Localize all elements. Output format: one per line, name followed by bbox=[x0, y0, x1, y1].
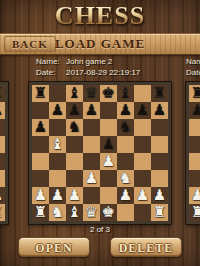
board-square bbox=[100, 119, 117, 136]
load-game-screen: CHESS BACK LOAD GAME ♜♞♝♛♚♝♞♜♟♟♟♟♟♟♟♟♟♟♟… bbox=[0, 0, 200, 266]
name-label: Name: bbox=[186, 56, 200, 67]
board-square bbox=[189, 170, 200, 187]
board-square bbox=[134, 119, 151, 136]
piece-black-rook: ♜ bbox=[153, 85, 166, 102]
piece-black-pawn: ♟ bbox=[191, 102, 200, 119]
name-label: Name: bbox=[36, 56, 66, 67]
page-title: LOAD GAME bbox=[0, 36, 200, 52]
piece-white-pawn: ♟ bbox=[68, 187, 81, 204]
piece-white-knight: ♞ bbox=[51, 204, 64, 221]
board-square bbox=[134, 136, 151, 153]
board-square: ♜ bbox=[151, 85, 168, 102]
board-square: ♜ bbox=[0, 85, 5, 102]
delete-button[interactable]: DELETE bbox=[110, 237, 182, 257]
piece-white-pawn: ♟ bbox=[136, 187, 149, 204]
pagination-text: 2 of 3 bbox=[0, 225, 200, 234]
saved-game-meta: Name:John game 2 Date:2017-08-29 22:19:1… bbox=[36, 56, 140, 78]
piece-black-pawn: ♟ bbox=[34, 119, 47, 136]
board-square: ♟ bbox=[100, 136, 117, 153]
piece-black-rook: ♜ bbox=[34, 85, 47, 102]
board-square bbox=[83, 187, 100, 204]
board-square: ♞ bbox=[49, 204, 66, 221]
board-square bbox=[66, 170, 83, 187]
date-label: Date: bbox=[186, 67, 200, 78]
piece-white-rook: ♜ bbox=[191, 204, 200, 221]
open-button[interactable]: OPEN bbox=[18, 237, 90, 257]
board-square bbox=[49, 170, 66, 187]
board-square bbox=[32, 170, 49, 187]
piece-white-pawn: ♟ bbox=[119, 187, 132, 204]
board-square bbox=[32, 136, 49, 153]
board-square: ♞ bbox=[117, 119, 134, 136]
date-row: Date:2017-08-29 22:19:17 bbox=[36, 67, 140, 78]
board-square: ♟ bbox=[134, 187, 151, 204]
board-square: ♜ bbox=[0, 204, 5, 221]
board-square: ♟ bbox=[0, 187, 5, 204]
board-square: ♞ bbox=[117, 170, 134, 187]
board-square: ♟ bbox=[134, 102, 151, 119]
board-square: ♟ bbox=[83, 102, 100, 119]
board-square bbox=[100, 102, 117, 119]
board-square bbox=[0, 170, 5, 187]
board-square: ♟ bbox=[32, 119, 49, 136]
board-square: ♟ bbox=[66, 102, 83, 119]
board-square bbox=[83, 136, 100, 153]
board-square: ♚ bbox=[100, 85, 117, 102]
board-square: ♜ bbox=[32, 204, 49, 221]
board-square bbox=[49, 85, 66, 102]
board-square: ♟ bbox=[66, 187, 83, 204]
board-square: ♞ bbox=[66, 119, 83, 136]
piece-white-pawn: ♟ bbox=[51, 187, 64, 204]
board-square: ♟ bbox=[189, 102, 200, 119]
board-square: ♝ bbox=[66, 85, 83, 102]
piece-white-knight: ♞ bbox=[119, 170, 132, 187]
piece-white-pawn: ♟ bbox=[191, 187, 200, 204]
board-square: ♚ bbox=[100, 204, 117, 221]
board-square: ♟ bbox=[117, 187, 134, 204]
piece-black-pawn: ♟ bbox=[102, 136, 115, 153]
piece-white-rook: ♜ bbox=[34, 204, 47, 221]
board-square: ♟ bbox=[151, 102, 168, 119]
board-square bbox=[0, 153, 5, 170]
board-square: ♟ bbox=[189, 187, 200, 204]
piece-black-king: ♚ bbox=[102, 85, 115, 102]
board-square bbox=[117, 136, 134, 153]
board-square: ♟ bbox=[49, 187, 66, 204]
piece-white-queen: ♛ bbox=[85, 204, 98, 221]
piece-black-pawn: ♟ bbox=[68, 102, 81, 119]
board-square: ♛ bbox=[83, 204, 100, 221]
name-row: Name:John game 2 bbox=[36, 56, 140, 67]
board-square bbox=[49, 119, 66, 136]
board-square: ♟ bbox=[32, 187, 49, 204]
board-square: ♟ bbox=[83, 170, 100, 187]
board-square: ♝ bbox=[66, 204, 83, 221]
piece-black-bishop: ♝ bbox=[119, 85, 132, 102]
date-label: Date: bbox=[36, 67, 66, 78]
chess-board: ♜♝♛♚♝♜♟♟♟♟♟♟♟♞♞♝♟♟♟♞♟♟♟♟♟♟♜♞♝♛♚♜ bbox=[29, 82, 171, 224]
board-square bbox=[151, 119, 168, 136]
piece-black-pawn: ♟ bbox=[119, 102, 132, 119]
piece-black-pawn: ♟ bbox=[136, 102, 149, 119]
piece-white-rook: ♜ bbox=[153, 204, 166, 221]
board-square bbox=[151, 153, 168, 170]
board-square bbox=[134, 170, 151, 187]
board-square: ♝ bbox=[117, 85, 134, 102]
piece-black-pawn: ♟ bbox=[153, 102, 166, 119]
piece-black-pawn: ♟ bbox=[51, 102, 64, 119]
board-square bbox=[151, 170, 168, 187]
board-square: ♜ bbox=[189, 85, 200, 102]
board-square bbox=[0, 119, 5, 136]
piece-black-knight: ♞ bbox=[119, 119, 132, 136]
board-square bbox=[66, 153, 83, 170]
board-square: ♜ bbox=[189, 204, 200, 221]
board-square bbox=[66, 136, 83, 153]
board-square bbox=[189, 136, 200, 153]
piece-white-pawn: ♟ bbox=[153, 187, 166, 204]
piece-black-rook: ♜ bbox=[191, 85, 200, 102]
piece-black-pawn: ♟ bbox=[0, 102, 3, 119]
board-square bbox=[117, 204, 134, 221]
piece-white-king: ♚ bbox=[102, 204, 115, 221]
board-square bbox=[189, 153, 200, 170]
piece-white-bishop: ♝ bbox=[68, 204, 81, 221]
board-square bbox=[151, 136, 168, 153]
board-square bbox=[117, 153, 134, 170]
piece-black-knight: ♞ bbox=[68, 119, 81, 136]
board-square: ♟ bbox=[49, 102, 66, 119]
piece-white-pawn: ♟ bbox=[85, 170, 98, 187]
date-row: Date: bbox=[186, 67, 200, 78]
piece-black-rook: ♜ bbox=[0, 85, 3, 102]
board-square bbox=[32, 153, 49, 170]
board-square bbox=[83, 119, 100, 136]
piece-white-bishop: ♝ bbox=[51, 136, 64, 153]
board-square bbox=[134, 204, 151, 221]
name-row: Name: bbox=[186, 56, 200, 67]
board-square bbox=[134, 153, 151, 170]
piece-black-bishop: ♝ bbox=[68, 85, 81, 102]
board-square: ♜ bbox=[151, 204, 168, 221]
board-square bbox=[100, 170, 117, 187]
board-square: ♟ bbox=[117, 102, 134, 119]
board-square bbox=[189, 119, 200, 136]
board-square bbox=[134, 85, 151, 102]
board-square: ♟ bbox=[151, 187, 168, 204]
board-square: ♝ bbox=[49, 136, 66, 153]
app-title: CHESS bbox=[0, 1, 200, 31]
board-square: ♛ bbox=[83, 85, 100, 102]
piece-white-pawn: ♟ bbox=[0, 187, 3, 204]
header-bar: BACK LOAD GAME bbox=[0, 33, 200, 55]
name-value: John game 2 bbox=[66, 57, 112, 66]
board-square bbox=[32, 102, 49, 119]
board-square bbox=[49, 153, 66, 170]
board-square bbox=[100, 187, 117, 204]
piece-white-pawn: ♟ bbox=[102, 153, 115, 170]
board-square bbox=[83, 153, 100, 170]
board-square bbox=[0, 136, 5, 153]
saved-game-meta-right: Name: Date: bbox=[186, 56, 200, 78]
piece-black-pawn: ♟ bbox=[85, 102, 98, 119]
chess-board-preview-right: ♜♞♝♛♚♝♞♜♟♟♟♟♟♟♟♟♟♟♟♟♟♟♟♟♜♞♝♛♚♝♞♜ bbox=[186, 82, 200, 224]
board-square: ♟ bbox=[0, 102, 5, 119]
piece-white-rook: ♜ bbox=[0, 204, 3, 221]
board-square: ♜ bbox=[32, 85, 49, 102]
board-square: ♟ bbox=[100, 153, 117, 170]
piece-white-pawn: ♟ bbox=[34, 187, 47, 204]
date-value: 2017-08-29 22:19:17 bbox=[66, 68, 140, 77]
piece-black-queen: ♛ bbox=[85, 85, 98, 102]
chess-board-preview-left: ♜♞♝♛♚♝♞♜♟♟♟♟♟♟♟♟♟♟♟♟♟♟♟♟♜♞♝♛♚♝♞♜ bbox=[0, 82, 8, 224]
